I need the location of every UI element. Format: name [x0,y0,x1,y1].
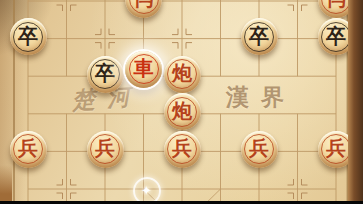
bottom-letterbox-bar [0,201,363,204]
piece-glyph-red-cannon-lower: 炮 [172,101,192,121]
piece-glyph-red-pawn-file4: 兵 [172,138,192,158]
piece-glyph-red-pawn-file0: 兵 [18,138,38,158]
piece-glyph-red-pawn-file8: 兵 [326,138,346,158]
piece-red-cannon-lower[interactable]: 炮 [164,93,201,130]
piece-glyph-black-pawn-file8: 卒 [326,26,346,46]
board-frame-right [348,0,363,204]
piece-glyph-red-pawn-file6: 兵 [249,138,269,158]
piece-black-pawn-file0[interactable]: 卒 [10,18,47,55]
xiangqi-game-screen: 楚河 漢界 㐷㐷卒卒卒卒車炮炮兵兵兵兵兵 ✦ [0,0,363,204]
piece-red-pawn-file4[interactable]: 兵 [164,131,201,168]
piece-glyph-black-pawn-file6: 卒 [249,26,269,46]
piece-glyph-black-pawn-file0: 卒 [18,26,38,46]
piece-black-pawn-file2[interactable]: 卒 [87,56,124,93]
piece-red-rook[interactable]: 車 [125,51,162,88]
piece-red-pawn-file2[interactable]: 兵 [87,131,124,168]
river-label-han-jie: 漢界 [226,82,296,113]
piece-red-pawn-file6[interactable]: 兵 [241,131,278,168]
piece-red-pawn-file0[interactable]: 兵 [10,131,47,168]
board-frame-left-corner [0,165,12,201]
piece-glyph-red-horse-left: 㐷 [134,0,154,8]
piece-black-pawn-file6[interactable]: 卒 [241,18,278,55]
piece-glyph-red-pawn-file2: 兵 [95,138,115,158]
piece-red-cannon-upper[interactable]: 炮 [164,56,201,93]
piece-glyph-black-pawn-file2: 卒 [95,63,115,83]
piece-glyph-red-horse-right: 㐷 [326,0,346,8]
piece-glyph-red-cannon-upper: 炮 [172,63,192,83]
piece-glyph-red-rook: 車 [134,58,154,78]
